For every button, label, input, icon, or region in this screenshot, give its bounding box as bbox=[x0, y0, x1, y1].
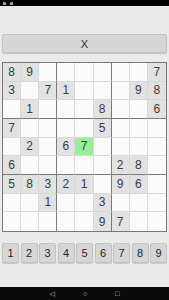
home-icon[interactable]: ○ bbox=[83, 290, 87, 297]
cell-r2c6[interactable] bbox=[94, 82, 112, 101]
cell-r3c1[interactable] bbox=[3, 100, 21, 119]
sudoku-board: 897371981867526762858321961397 bbox=[2, 62, 167, 232]
cell-r2c2[interactable] bbox=[21, 82, 39, 101]
cell-r6c9[interactable] bbox=[148, 156, 166, 175]
back-icon[interactable]: ◁ bbox=[50, 290, 55, 297]
cell-r7c7[interactable]: 9 bbox=[112, 175, 130, 194]
cell-r7c6[interactable] bbox=[94, 175, 112, 194]
cell-r1c5[interactable] bbox=[75, 63, 93, 82]
cell-r9c1[interactable] bbox=[3, 212, 21, 231]
cell-r9c2[interactable] bbox=[21, 212, 39, 231]
cell-r4c8[interactable] bbox=[130, 119, 148, 138]
cell-r6c6[interactable] bbox=[94, 156, 112, 175]
cell-r5c9[interactable] bbox=[148, 138, 166, 157]
cell-r7c5[interactable]: 1 bbox=[75, 175, 93, 194]
cell-r8c7[interactable] bbox=[112, 194, 130, 213]
cell-r4c5[interactable] bbox=[75, 119, 93, 138]
cell-r1c8[interactable] bbox=[130, 63, 148, 82]
cell-r1c7[interactable] bbox=[112, 63, 130, 82]
cell-r1c4[interactable] bbox=[57, 63, 75, 82]
cell-r2c8[interactable]: 9 bbox=[130, 82, 148, 101]
cell-r4c7[interactable] bbox=[112, 119, 130, 138]
cell-r8c4[interactable] bbox=[57, 194, 75, 213]
cell-r2c4[interactable]: 1 bbox=[57, 82, 75, 101]
cell-r5c4[interactable]: 6 bbox=[57, 138, 75, 157]
cell-r5c3[interactable] bbox=[39, 138, 57, 157]
cell-r8c8[interactable] bbox=[130, 194, 148, 213]
cell-r6c1[interactable]: 6 bbox=[3, 156, 21, 175]
cell-r5c5[interactable]: 7 bbox=[75, 138, 93, 157]
cell-r1c3[interactable] bbox=[39, 63, 57, 82]
cell-r8c2[interactable] bbox=[21, 194, 39, 213]
recents-icon[interactable]: □ bbox=[115, 290, 119, 297]
cell-r3c3[interactable] bbox=[39, 100, 57, 119]
cell-r5c2[interactable]: 2 bbox=[21, 138, 39, 157]
cell-r9c8[interactable] bbox=[130, 212, 148, 231]
cell-r6c2[interactable] bbox=[21, 156, 39, 175]
cell-r7c3[interactable]: 3 bbox=[39, 175, 57, 194]
cell-r4c4[interactable] bbox=[57, 119, 75, 138]
cell-r8c3[interactable]: 1 bbox=[39, 194, 57, 213]
cell-r7c9[interactable] bbox=[148, 175, 166, 194]
cell-r6c8[interactable]: 8 bbox=[130, 156, 148, 175]
cell-r8c6[interactable]: 3 bbox=[94, 194, 112, 213]
cell-r5c8[interactable] bbox=[130, 138, 148, 157]
cell-r4c6[interactable]: 5 bbox=[94, 119, 112, 138]
cell-r9c7[interactable]: 7 bbox=[112, 212, 130, 231]
numpad-key-3[interactable]: 3 bbox=[39, 243, 56, 263]
cell-r4c3[interactable] bbox=[39, 119, 57, 138]
close-button[interactable]: X bbox=[2, 34, 167, 53]
cell-r9c3[interactable] bbox=[39, 212, 57, 231]
cell-r1c1[interactable]: 8 bbox=[3, 63, 21, 82]
cell-r3c7[interactable] bbox=[112, 100, 130, 119]
cell-r3c6[interactable]: 8 bbox=[94, 100, 112, 119]
numpad-key-6[interactable]: 6 bbox=[95, 243, 112, 263]
cell-r7c4[interactable]: 2 bbox=[57, 175, 75, 194]
numpad-key-8[interactable]: 8 bbox=[132, 243, 149, 263]
cell-r4c1[interactable]: 7 bbox=[3, 119, 21, 138]
numpad-key-7[interactable]: 7 bbox=[113, 243, 130, 263]
cell-r9c9[interactable] bbox=[148, 212, 166, 231]
cell-r1c6[interactable] bbox=[94, 63, 112, 82]
notification-icon bbox=[10, 2, 13, 5]
cell-r2c3[interactable]: 7 bbox=[39, 82, 57, 101]
notification-icon bbox=[3, 2, 6, 5]
cell-r9c4[interactable] bbox=[57, 212, 75, 231]
numpad-key-4[interactable]: 4 bbox=[58, 243, 75, 263]
cell-r7c8[interactable]: 6 bbox=[130, 175, 148, 194]
cell-r7c2[interactable]: 8 bbox=[21, 175, 39, 194]
numpad-key-5[interactable]: 5 bbox=[76, 243, 93, 263]
cell-r6c4[interactable] bbox=[57, 156, 75, 175]
cell-r2c1[interactable]: 3 bbox=[3, 82, 21, 101]
numpad: 123456789 bbox=[2, 243, 167, 263]
cell-r9c5[interactable] bbox=[75, 212, 93, 231]
cell-r8c5[interactable] bbox=[75, 194, 93, 213]
numpad-key-9[interactable]: 9 bbox=[150, 243, 167, 263]
numpad-key-2[interactable]: 2 bbox=[21, 243, 38, 263]
cell-r6c5[interactable] bbox=[75, 156, 93, 175]
cell-r2c7[interactable] bbox=[112, 82, 130, 101]
navigation-bar: ◁ ○ □ bbox=[0, 287, 169, 300]
cell-r6c3[interactable] bbox=[39, 156, 57, 175]
cell-r3c9[interactable]: 6 bbox=[148, 100, 166, 119]
cell-r8c1[interactable] bbox=[3, 194, 21, 213]
cell-r5c6[interactable] bbox=[94, 138, 112, 157]
cell-r7c1[interactable]: 5 bbox=[3, 175, 21, 194]
cell-r1c9[interactable]: 7 bbox=[148, 63, 166, 82]
cell-r8c9[interactable] bbox=[148, 194, 166, 213]
cell-r5c7[interactable] bbox=[112, 138, 130, 157]
cell-r4c2[interactable] bbox=[21, 119, 39, 138]
cell-r5c1[interactable] bbox=[3, 138, 21, 157]
cell-r3c8[interactable] bbox=[130, 100, 148, 119]
cell-r1c2[interactable]: 9 bbox=[21, 63, 39, 82]
status-bar bbox=[0, 0, 169, 6]
cell-r9c6[interactable]: 9 bbox=[94, 212, 112, 231]
cell-r3c4[interactable] bbox=[57, 100, 75, 119]
cell-r2c5[interactable] bbox=[75, 82, 93, 101]
cell-r6c7[interactable]: 2 bbox=[112, 156, 130, 175]
cell-r4c9[interactable] bbox=[148, 119, 166, 138]
cell-r3c2[interactable]: 1 bbox=[21, 100, 39, 119]
numpad-key-1[interactable]: 1 bbox=[2, 243, 19, 263]
cell-r3c5[interactable] bbox=[75, 100, 93, 119]
cell-r2c9[interactable]: 8 bbox=[148, 82, 166, 101]
